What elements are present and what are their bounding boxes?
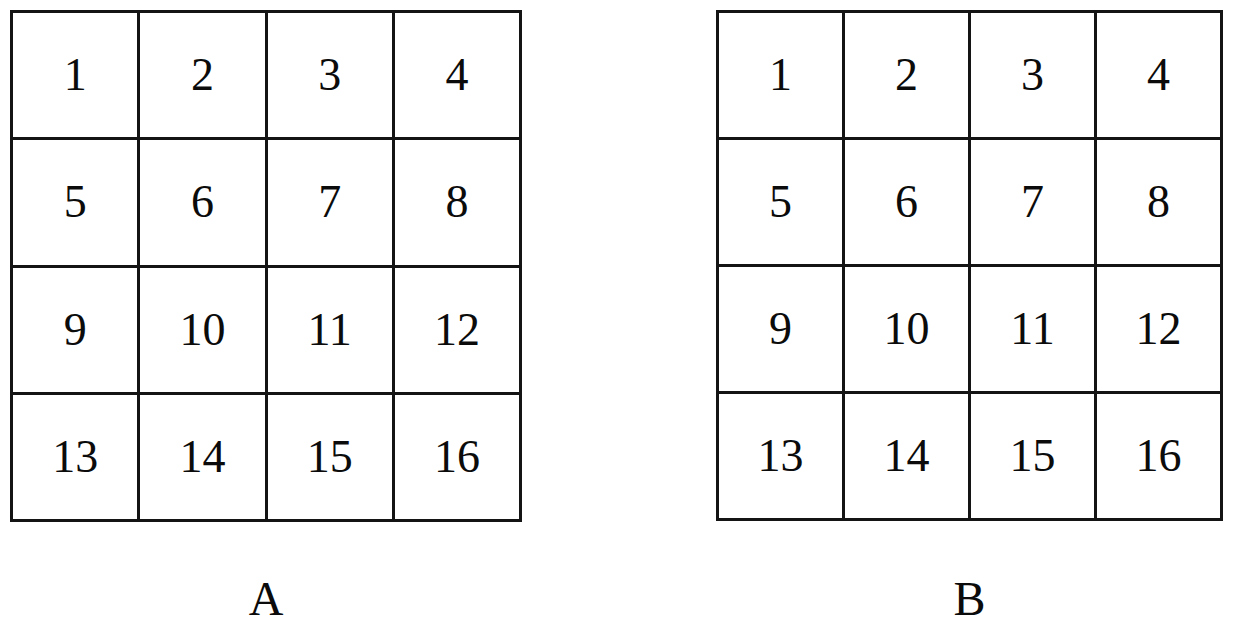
board-a-cell-r2c1: 5 (13, 140, 137, 264)
board-b-cell-r4c1: 13 (719, 394, 842, 518)
board-b-label: B (716, 575, 1223, 623)
board-b-cell-r2c3: 7 (971, 140, 1094, 264)
board-a-cell-r2c2: 6 (140, 140, 264, 264)
board-a-cell-r3c2: 10 (140, 268, 264, 392)
board-a-cell-r3c1: 9 (13, 268, 137, 392)
board-b-cell-r3c4: 12 (1097, 267, 1220, 391)
board-a-cell-r3c3: 11 (268, 268, 392, 392)
board-b-cell-r1c3: 3 (971, 13, 1094, 137)
board-b-cell-r4c3: 15 (971, 394, 1094, 518)
board-b-cell-r4c2: 14 (845, 394, 968, 518)
board-b-cell-r2c1: 5 (719, 140, 842, 264)
board-a-cell-r1c1: 1 (13, 13, 137, 137)
board-a-cell-r4c3: 15 (268, 395, 392, 519)
board-a-cell-r2c3: 7 (268, 140, 392, 264)
board-b-cell-r2c2: 6 (845, 140, 968, 264)
board-b-cell-r4c4: 16 (1097, 394, 1220, 518)
board-b-cell-r1c1: 1 (719, 13, 842, 137)
board-a-cell-r4c2: 14 (140, 395, 264, 519)
board-a-grid: 12345678910111213141516 (10, 10, 522, 522)
board-b-cell-r3c2: 10 (845, 267, 968, 391)
board-b-cell-r2c4: 8 (1097, 140, 1220, 264)
board-b-cell-r1c2: 2 (845, 13, 968, 137)
board-a-cell-r1c4: 4 (395, 13, 519, 137)
board-a-cell-r3c4: 12 (395, 268, 519, 392)
board-b-grid: 12345678910111213141516 (716, 10, 1223, 521)
board-a-cell-r4c4: 16 (395, 395, 519, 519)
board-a-label: A (10, 575, 522, 623)
board-a-cell-r4c1: 13 (13, 395, 137, 519)
figure-canvas: 12345678910111213141516 1234567891011121… (0, 0, 1239, 629)
board-b-cell-r1c4: 4 (1097, 13, 1220, 137)
board-a-cell-r2c4: 8 (395, 140, 519, 264)
board-b-cell-r3c3: 11 (971, 267, 1094, 391)
board-b-cell-r3c1: 9 (719, 267, 842, 391)
board-a-cell-r1c2: 2 (140, 13, 264, 137)
board-a-cell-r1c3: 3 (268, 13, 392, 137)
